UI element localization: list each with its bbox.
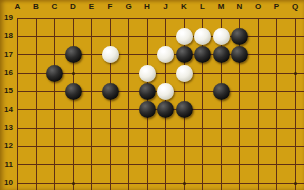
column-label-M: M — [213, 1, 229, 13]
white-stone-J15[interactable] — [157, 83, 174, 100]
column-label-D: D — [65, 1, 81, 13]
grid-line-12 — [17, 146, 304, 147]
go-board[interactable]: ABCDEFGHJKLMNOPQ 19181716151413121110 — [0, 0, 304, 190]
black-stone-H15[interactable] — [139, 83, 156, 100]
grid-line-19 — [17, 18, 304, 19]
grid-line-10 — [17, 183, 304, 184]
black-stone-C16[interactable] — [46, 65, 63, 82]
black-stone-K17[interactable] — [176, 46, 193, 63]
column-label-H: H — [139, 1, 155, 13]
row-label-16: 16 — [0, 67, 15, 79]
black-stone-H14[interactable] — [139, 101, 156, 118]
column-label-P: P — [269, 1, 285, 13]
black-stone-F15[interactable] — [102, 83, 119, 100]
column-label-G: G — [121, 1, 137, 13]
row-label-19: 19 — [0, 12, 15, 24]
column-label-Q: Q — [287, 1, 303, 13]
star-point-Q16 — [294, 72, 297, 75]
black-stone-M17[interactable] — [213, 46, 230, 63]
white-stone-J17[interactable] — [157, 46, 174, 63]
star-point-D10 — [72, 182, 75, 185]
row-label-13: 13 — [0, 122, 15, 134]
grid-line-18 — [17, 36, 304, 37]
row-label-15: 15 — [0, 85, 15, 97]
white-stone-L18[interactable] — [194, 28, 211, 45]
black-stone-D15[interactable] — [65, 83, 82, 100]
black-stone-K14[interactable] — [176, 101, 193, 118]
grid-line-11 — [17, 164, 304, 165]
row-label-14: 14 — [0, 104, 15, 116]
white-stone-H16[interactable] — [139, 65, 156, 82]
white-stone-K18[interactable] — [176, 28, 193, 45]
white-stone-M18[interactable] — [213, 28, 230, 45]
white-stone-K16[interactable] — [176, 65, 193, 82]
grid-line-13 — [17, 128, 304, 129]
black-stone-N18[interactable] — [231, 28, 248, 45]
column-label-L: L — [195, 1, 211, 13]
black-stone-D17[interactable] — [65, 46, 82, 63]
star-point-Q10 — [294, 182, 297, 185]
row-label-12: 12 — [0, 140, 15, 152]
white-stone-F17[interactable] — [102, 46, 119, 63]
row-label-18: 18 — [0, 30, 15, 42]
row-label-17: 17 — [0, 49, 15, 61]
black-stone-N17[interactable] — [231, 46, 248, 63]
black-stone-L17[interactable] — [194, 46, 211, 63]
star-point-D16 — [72, 72, 75, 75]
column-label-E: E — [84, 1, 100, 13]
column-label-O: O — [250, 1, 266, 13]
black-stone-J14[interactable] — [157, 101, 174, 118]
star-point-K10 — [183, 182, 186, 185]
row-label-11: 11 — [0, 159, 15, 171]
column-label-J: J — [158, 1, 174, 13]
column-label-N: N — [232, 1, 248, 13]
column-label-K: K — [176, 1, 192, 13]
column-label-B: B — [28, 1, 44, 13]
column-label-C: C — [47, 1, 63, 13]
column-label-F: F — [102, 1, 118, 13]
black-stone-M15[interactable] — [213, 83, 230, 100]
row-label-10: 10 — [0, 177, 15, 189]
